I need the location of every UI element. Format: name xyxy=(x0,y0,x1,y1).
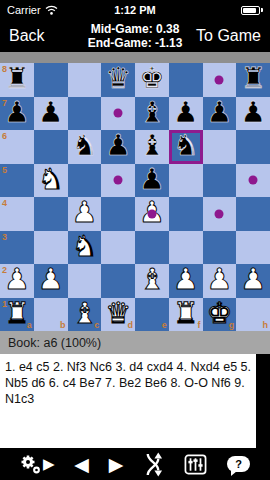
legal-move-dot xyxy=(114,109,123,118)
file-label-h: h xyxy=(263,320,269,330)
square-d4[interactable] xyxy=(101,197,135,231)
square-h5[interactable] xyxy=(236,164,270,198)
piece-white-rook: ♜ xyxy=(173,299,199,328)
square-a3[interactable]: 3 xyxy=(0,231,34,265)
square-a5[interactable]: 5 xyxy=(0,164,34,198)
piece-black-rook: ♜ xyxy=(4,64,30,93)
square-d2[interactable] xyxy=(101,264,135,298)
piece-white-pawn: ♟ xyxy=(240,265,266,294)
rank-label-2: 2 xyxy=(2,265,7,275)
legal-move-dot xyxy=(215,75,224,84)
previous-move-button[interactable]: ◀ xyxy=(74,450,89,478)
square-f7[interactable]: ♟ xyxy=(169,97,203,131)
engine-move-button[interactable]: ▶ xyxy=(20,450,55,478)
piece-black-knight: ♞ xyxy=(71,131,97,160)
piece-white-rook: ♜ xyxy=(4,299,30,328)
rank-label-7: 7 xyxy=(2,98,7,108)
square-c4[interactable]: ♟ xyxy=(68,197,102,231)
piece-black-pawn: ♟ xyxy=(206,98,232,127)
piece-black-pawn: ♟ xyxy=(4,98,30,127)
square-h4[interactable] xyxy=(236,197,270,231)
square-g6[interactable] xyxy=(203,130,237,164)
file-label-f: f xyxy=(198,320,201,330)
legal-move-dot xyxy=(249,176,258,185)
square-g5[interactable] xyxy=(203,164,237,198)
square-h6[interactable] xyxy=(236,130,270,164)
square-b1[interactable]: b xyxy=(34,298,68,332)
piece-white-bishop: ♝ xyxy=(71,299,97,328)
next-move-button[interactable]: ▶ xyxy=(109,450,124,478)
status-bar: Carrier 1:12 PM xyxy=(0,0,270,20)
legal-move-dot xyxy=(114,176,123,185)
piece-white-bishop: ♝ xyxy=(139,265,165,294)
square-c2[interactable] xyxy=(68,264,102,298)
square-h2[interactable]: ♟ xyxy=(236,264,270,298)
shuffle-button[interactable] xyxy=(143,450,164,478)
square-g4[interactable] xyxy=(203,197,237,231)
bottom-toolbar: ▶ ◀ ▶ xyxy=(0,448,270,480)
square-a4[interactable]: 4 xyxy=(0,197,34,231)
piece-white-pawn: ♟ xyxy=(173,265,199,294)
piece-black-pawn: ♟ xyxy=(38,98,64,127)
square-e6[interactable]: ♝ xyxy=(135,130,169,164)
square-b7[interactable]: ♟ xyxy=(34,97,68,131)
square-e8[interactable]: ♚ xyxy=(135,63,169,97)
square-b8[interactable] xyxy=(34,63,68,97)
piece-white-knight: ♞ xyxy=(38,165,64,194)
piece-black-pawn: ♟ xyxy=(173,98,199,127)
piece-white-pawn: ♟ xyxy=(139,198,165,227)
square-a2[interactable]: 2♟ xyxy=(0,264,34,298)
gear-icon xyxy=(20,454,42,475)
square-f4[interactable] xyxy=(169,197,203,231)
piece-black-rook: ♜ xyxy=(240,64,266,93)
file-label-g: g xyxy=(229,320,235,330)
file-label-b: b xyxy=(60,320,66,330)
square-g3[interactable] xyxy=(203,231,237,265)
rank-label-4: 4 xyxy=(2,198,7,208)
book-bar: Book: a6 (100%) xyxy=(0,331,270,354)
rank-label-8: 8 xyxy=(2,64,7,74)
square-c3[interactable]: ♞ xyxy=(68,231,102,265)
square-c1[interactable]: c♝ xyxy=(68,298,102,332)
square-d3[interactable] xyxy=(101,231,135,265)
piece-white-knight: ♞ xyxy=(71,232,97,261)
piece-white-pawn: ♟ xyxy=(4,265,30,294)
legal-move-dot xyxy=(215,209,224,218)
engine-play-icon: ▶ xyxy=(43,457,55,472)
piece-white-pawn: ♟ xyxy=(38,265,64,294)
square-e7[interactable]: ♝ xyxy=(135,97,169,131)
square-d8[interactable]: ♛ xyxy=(101,63,135,97)
move-list-area: 1. e4 c5 2. Nf3 Nc6 3. d4 cxd4 4. Nxd4 e… xyxy=(0,354,270,448)
square-a6[interactable]: 6 xyxy=(0,130,34,164)
square-h7[interactable]: ♟ xyxy=(236,97,270,131)
square-a7[interactable]: 7♟ xyxy=(0,97,34,131)
square-e4[interactable]: ♟ xyxy=(135,197,169,231)
square-f3[interactable] xyxy=(169,231,203,265)
piece-black-bishop: ♝ xyxy=(139,98,165,127)
square-d7[interactable] xyxy=(101,97,135,131)
help-icon: ? xyxy=(227,456,250,472)
file-label-a: a xyxy=(27,320,32,330)
square-c7[interactable] xyxy=(68,97,102,131)
square-d6[interactable]: ♟ xyxy=(101,130,135,164)
square-c6[interactable]: ♞ xyxy=(68,130,102,164)
forward-arrow-icon: ▶ xyxy=(109,455,124,474)
square-b6[interactable] xyxy=(34,130,68,164)
square-f2[interactable]: ♟ xyxy=(169,264,203,298)
piece-black-queen: ♛ xyxy=(105,64,131,93)
piece-black-pawn: ♟ xyxy=(139,165,165,194)
square-e5[interactable]: ♟ xyxy=(135,164,169,198)
shuffle-icon xyxy=(143,452,164,477)
square-b2[interactable]: ♟ xyxy=(34,264,68,298)
help-question-mark: ? xyxy=(235,458,242,470)
move-list-right-strip xyxy=(256,354,270,448)
sliders-icon xyxy=(184,453,207,476)
piece-white-king: ♚ xyxy=(206,299,232,328)
rank-label-1: 1 xyxy=(2,299,7,309)
file-label-e: e xyxy=(162,320,167,330)
clock: 1:12 PM xyxy=(0,4,270,16)
piece-white-pawn: ♟ xyxy=(71,198,97,227)
square-a1[interactable]: 1a♜ xyxy=(0,298,34,332)
square-e2[interactable]: ♝ xyxy=(135,264,169,298)
piece-black-pawn: ♟ xyxy=(105,131,131,160)
square-d5[interactable] xyxy=(101,164,135,198)
piece-black-king: ♚ xyxy=(139,64,165,93)
square-f8[interactable] xyxy=(169,63,203,97)
square-d1[interactable]: d♛ xyxy=(101,298,135,332)
piece-white-queen: ♛ xyxy=(105,299,131,328)
square-c8[interactable] xyxy=(68,63,102,97)
square-h1[interactable]: h xyxy=(236,298,270,332)
book-move-label: Book: a6 (100%) xyxy=(8,336,101,350)
help-button[interactable]: ? xyxy=(227,450,250,478)
file-label-c: c xyxy=(94,320,99,330)
move-list[interactable]: 1. e4 c5 2. Nf3 Nc6 3. d4 cxd4 4. Nxd4 e… xyxy=(0,354,256,448)
piece-white-pawn: ♟ xyxy=(206,265,232,294)
back-arrow-icon: ◀ xyxy=(74,455,89,474)
square-f1[interactable]: f♜ xyxy=(169,298,203,332)
square-e3[interactable] xyxy=(135,231,169,265)
square-g2[interactable]: ♟ xyxy=(203,264,237,298)
nav-bar: Back Mid-Game: 0.38 End-Game: -1.13 To G… xyxy=(0,20,270,52)
square-g7[interactable]: ♟ xyxy=(203,97,237,131)
file-label-d: d xyxy=(128,320,134,330)
to-game-button[interactable]: To Game xyxy=(196,27,261,45)
rank-label-5: 5 xyxy=(2,165,7,175)
square-b3[interactable] xyxy=(34,231,68,265)
square-a8[interactable]: 8♜ xyxy=(0,63,34,97)
top-divider-strip xyxy=(0,52,270,63)
rank-label-6: 6 xyxy=(2,131,7,141)
square-g1[interactable]: g♚ xyxy=(203,298,237,332)
rank-label-3: 3 xyxy=(2,232,7,242)
piece-black-bishop: ♝ xyxy=(139,131,165,160)
piece-black-pawn: ♟ xyxy=(240,98,266,127)
square-b5[interactable]: ♞ xyxy=(34,164,68,198)
square-g8[interactable] xyxy=(203,63,237,97)
analysis-settings-button[interactable] xyxy=(184,450,207,478)
piece-black-knight: ♞ xyxy=(173,131,199,160)
back-button[interactable]: Back xyxy=(9,27,45,45)
app-window: Carrier 1:12 PM Back Mid-Game: 0.38 End-… xyxy=(0,0,270,480)
square-e1[interactable]: e xyxy=(135,298,169,332)
chess-board: 8♜♛♚♜7♟♟♝♟♟♟6♞♟♝♞5♞♟4♟♟3♞2♟♟♝♟♟♟1a♜bc♝d♛… xyxy=(0,63,270,331)
square-c5[interactable] xyxy=(68,164,102,198)
legal-move-dot xyxy=(147,209,156,218)
square-h8[interactable]: ♜ xyxy=(236,63,270,97)
square-h3[interactable] xyxy=(236,231,270,265)
square-f6[interactable]: ♞ xyxy=(169,130,203,164)
square-b4[interactable] xyxy=(34,197,68,231)
square-f5[interactable] xyxy=(169,164,203,198)
